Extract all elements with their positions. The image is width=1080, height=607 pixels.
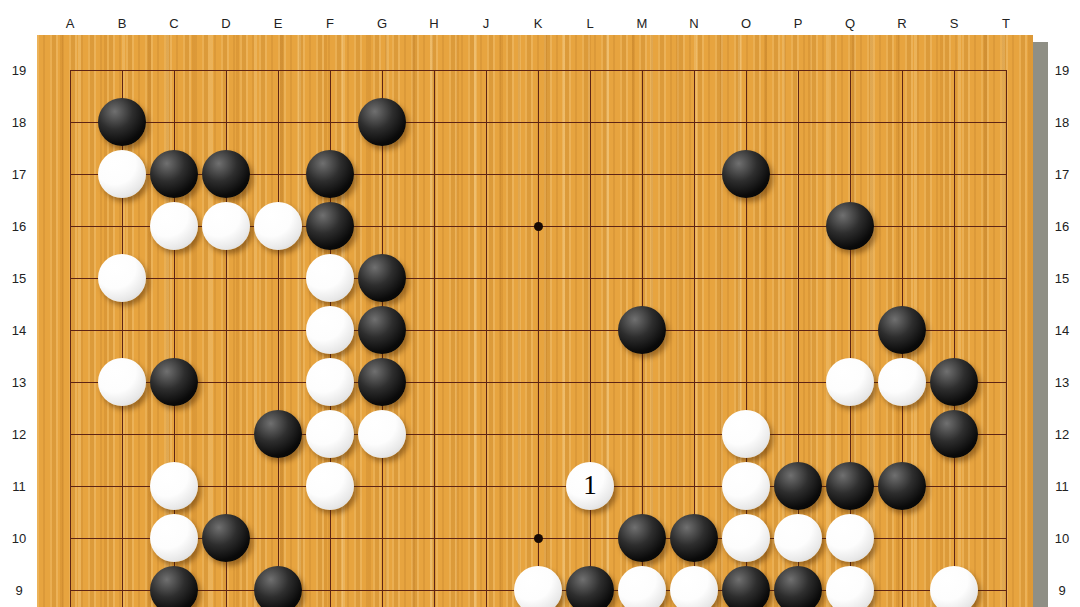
row-labels-left: 191817161514131211109: [0, 44, 38, 607]
black-stone-F17: [306, 150, 354, 198]
black-stone-D17: [202, 150, 250, 198]
column-label-R: R: [876, 0, 928, 35]
intersection-G19[interactable]: [356, 44, 408, 96]
row-labels-right-15: 15: [1048, 252, 1076, 304]
intersection-O11[interactable]: [720, 460, 772, 512]
intersection-Q16[interactable]: [824, 200, 876, 252]
intersection-R16[interactable]: [876, 200, 928, 252]
intersection-D19[interactable]: [200, 44, 252, 96]
white-stone-G12: [358, 410, 406, 458]
move-number-label: 1: [583, 472, 597, 499]
intersection-S15[interactable]: [928, 252, 980, 304]
black-stone-M10: [618, 514, 666, 562]
intersection-O18[interactable]: [720, 96, 772, 148]
intersection-T12[interactable]: [980, 408, 1032, 460]
row-labels-right-11: 11: [1048, 460, 1076, 512]
intersection-G17[interactable]: [356, 148, 408, 200]
intersection-G9[interactable]: [356, 564, 408, 607]
row-labels-right-17: 17: [1048, 148, 1076, 200]
intersection-D11[interactable]: [200, 460, 252, 512]
intersection-K11[interactable]: [512, 460, 564, 512]
row-labels-right-19: 19: [1048, 44, 1076, 96]
intersection-S16[interactable]: [928, 200, 980, 252]
row-labels-right: 191817161514131211109: [1048, 44, 1076, 607]
white-stone-C11: [150, 462, 198, 510]
intersection-E19[interactable]: [252, 44, 304, 96]
intersection-B15[interactable]: [96, 252, 148, 304]
go-board-screenshot: ABCDEFGHJKLMNOPQRST 19181716151413121110…: [0, 0, 1080, 607]
column-label-S: S: [928, 0, 980, 35]
intersection-T13[interactable]: [980, 356, 1032, 408]
white-stone-N9: [670, 566, 718, 607]
intersection-P9[interactable]: [772, 564, 824, 607]
white-stone-B13: [98, 358, 146, 406]
intersection-J19[interactable]: [460, 44, 512, 96]
star-point-K10: [534, 534, 543, 543]
intersection-H15[interactable]: [408, 252, 460, 304]
intersection-D14[interactable]: [200, 304, 252, 356]
white-stone-D16: [202, 202, 250, 250]
intersection-E14[interactable]: [252, 304, 304, 356]
intersection-Q10[interactable]: [824, 512, 876, 564]
black-stone-C9: [150, 566, 198, 607]
intersection-E9[interactable]: [252, 564, 304, 607]
intersection-K9[interactable]: [512, 564, 564, 607]
intersection-J18[interactable]: [460, 96, 512, 148]
intersection-H19[interactable]: [408, 44, 460, 96]
intersection-G10[interactable]: [356, 512, 408, 564]
intersection-J9[interactable]: [460, 564, 512, 607]
intersection-C13[interactable]: [148, 356, 200, 408]
intersection-Q19[interactable]: [824, 44, 876, 96]
white-stone-F11: [306, 462, 354, 510]
intersection-F17[interactable]: [304, 148, 356, 200]
white-stone-S9: [930, 566, 978, 607]
intersection-S11[interactable]: [928, 460, 980, 512]
intersection-T14[interactable]: [980, 304, 1032, 356]
black-stone-S12: [930, 410, 978, 458]
row-labels-right-14: 14: [1048, 304, 1076, 356]
intersection-Q11[interactable]: [824, 460, 876, 512]
intersection-B12[interactable]: [96, 408, 148, 460]
intersection-N16[interactable]: [668, 200, 720, 252]
intersection-F14[interactable]: [304, 304, 356, 356]
intersection-S12[interactable]: [928, 408, 980, 460]
black-stone-R11: [878, 462, 926, 510]
intersection-T15[interactable]: [980, 252, 1032, 304]
intersection-C16[interactable]: [148, 200, 200, 252]
intersection-R18[interactable]: [876, 96, 928, 148]
row-labels-left-19: 19: [0, 44, 38, 96]
intersection-L10[interactable]: [564, 512, 616, 564]
intersection-F11[interactable]: [304, 460, 356, 512]
column-label-K: K: [512, 0, 564, 35]
intersection-O16[interactable]: [720, 200, 772, 252]
intersection-H9[interactable]: [408, 564, 460, 607]
intersection-F16[interactable]: [304, 200, 356, 252]
white-stone-K9: [514, 566, 562, 607]
intersection-O17[interactable]: [720, 148, 772, 200]
black-stone-F16: [306, 202, 354, 250]
white-stone-B15: [98, 254, 146, 302]
intersection-N11[interactable]: [668, 460, 720, 512]
intersection-H12[interactable]: [408, 408, 460, 460]
intersection-J11[interactable]: [460, 460, 512, 512]
intersection-C11[interactable]: [148, 460, 200, 512]
intersection-F12[interactable]: [304, 408, 356, 460]
intersection-K16[interactable]: [512, 200, 564, 252]
intersection-N9[interactable]: [668, 564, 720, 607]
white-stone-F14: [306, 306, 354, 354]
intersection-E18[interactable]: [252, 96, 304, 148]
intersection-M14[interactable]: [616, 304, 668, 356]
intersection-A10[interactable]: [44, 512, 96, 564]
intersection-H10[interactable]: [408, 512, 460, 564]
intersection-H13[interactable]: [408, 356, 460, 408]
intersection-S13[interactable]: [928, 356, 980, 408]
intersection-H14[interactable]: [408, 304, 460, 356]
intersection-K12[interactable]: [512, 408, 564, 460]
column-label-E: E: [252, 0, 304, 35]
intersection-B9[interactable]: [96, 564, 148, 607]
white-stone-Q9: [826, 566, 874, 607]
row-labels-left-9: 9: [0, 564, 38, 607]
intersection-M19[interactable]: [616, 44, 668, 96]
row-labels-right-9: 9: [1048, 564, 1076, 607]
intersection-C14[interactable]: [148, 304, 200, 356]
intersection-A12[interactable]: [44, 408, 96, 460]
black-stone-O17: [722, 150, 770, 198]
intersection-P15[interactable]: [772, 252, 824, 304]
intersection-R17[interactable]: [876, 148, 928, 200]
intersection-B16[interactable]: [96, 200, 148, 252]
white-stone-C10: [150, 514, 198, 562]
intersection-R19[interactable]: [876, 44, 928, 96]
intersection-P16[interactable]: [772, 200, 824, 252]
intersection-B18[interactable]: [96, 96, 148, 148]
intersection-G16[interactable]: [356, 200, 408, 252]
white-stone-M9: [618, 566, 666, 607]
intersection-N10[interactable]: [668, 512, 720, 564]
black-stone-B18: [98, 98, 146, 146]
intersection-M9[interactable]: [616, 564, 668, 607]
intersection-G13[interactable]: [356, 356, 408, 408]
intersection-L16[interactable]: [564, 200, 616, 252]
intersection-K14[interactable]: [512, 304, 564, 356]
intersection-C9[interactable]: [148, 564, 200, 607]
intersection-F19[interactable]: [304, 44, 356, 96]
intersection-T19[interactable]: [980, 44, 1032, 96]
row-labels-left-17: 17: [0, 148, 38, 200]
white-stone-O12: [722, 410, 770, 458]
intersection-Q18[interactable]: [824, 96, 876, 148]
white-stone-E16: [254, 202, 302, 250]
row-labels-left-14: 14: [0, 304, 38, 356]
intersection-A14[interactable]: [44, 304, 96, 356]
intersection-G12[interactable]: [356, 408, 408, 460]
intersection-F9[interactable]: [304, 564, 356, 607]
intersection-A13[interactable]: [44, 356, 96, 408]
intersection-O14[interactable]: [720, 304, 772, 356]
go-board-grid: 1: [44, 44, 1032, 607]
row-labels-right-16: 16: [1048, 200, 1076, 252]
black-stone-G15: [358, 254, 406, 302]
intersection-D9[interactable]: [200, 564, 252, 607]
intersection-T16[interactable]: [980, 200, 1032, 252]
intersection-Q17[interactable]: [824, 148, 876, 200]
intersection-D15[interactable]: [200, 252, 252, 304]
row-labels-left-18: 18: [0, 96, 38, 148]
row-labels-left-11: 11: [0, 460, 38, 512]
intersection-H18[interactable]: [408, 96, 460, 148]
intersection-A18[interactable]: [44, 96, 96, 148]
black-stone-P11: [774, 462, 822, 510]
column-label-C: C: [148, 0, 200, 35]
intersection-A11[interactable]: [44, 460, 96, 512]
white-stone-P10: [774, 514, 822, 562]
intersection-L12[interactable]: [564, 408, 616, 460]
intersection-A15[interactable]: [44, 252, 96, 304]
intersection-Q13[interactable]: [824, 356, 876, 408]
intersection-J15[interactable]: [460, 252, 512, 304]
column-label-T: T: [980, 0, 1032, 35]
intersection-P10[interactable]: [772, 512, 824, 564]
intersection-E13[interactable]: [252, 356, 304, 408]
intersection-F15[interactable]: [304, 252, 356, 304]
intersection-S17[interactable]: [928, 148, 980, 200]
intersection-P13[interactable]: [772, 356, 824, 408]
intersection-N18[interactable]: [668, 96, 720, 148]
intersection-P17[interactable]: [772, 148, 824, 200]
intersection-J12[interactable]: [460, 408, 512, 460]
intersection-D18[interactable]: [200, 96, 252, 148]
intersection-J14[interactable]: [460, 304, 512, 356]
intersection-N12[interactable]: [668, 408, 720, 460]
intersection-Q9[interactable]: [824, 564, 876, 607]
column-label-L: L: [564, 0, 616, 35]
intersection-E12[interactable]: [252, 408, 304, 460]
intersection-O9[interactable]: [720, 564, 772, 607]
intersection-R12[interactable]: [876, 408, 928, 460]
black-stone-C13: [150, 358, 198, 406]
intersection-Q12[interactable]: [824, 408, 876, 460]
intersection-B19[interactable]: [96, 44, 148, 96]
black-stone-L9: [566, 566, 614, 607]
intersection-O10[interactable]: [720, 512, 772, 564]
black-stone-G18: [358, 98, 406, 146]
star-point-K16: [534, 222, 543, 231]
intersection-Q14[interactable]: [824, 304, 876, 356]
intersection-P18[interactable]: [772, 96, 824, 148]
black-stone-N10: [670, 514, 718, 562]
intersection-M15[interactable]: [616, 252, 668, 304]
intersection-T11[interactable]: [980, 460, 1032, 512]
intersection-M13[interactable]: [616, 356, 668, 408]
intersection-S19[interactable]: [928, 44, 980, 96]
intersection-T18[interactable]: [980, 96, 1032, 148]
intersection-R10[interactable]: [876, 512, 928, 564]
column-label-P: P: [772, 0, 824, 35]
intersection-A16[interactable]: [44, 200, 96, 252]
intersection-L18[interactable]: [564, 96, 616, 148]
column-label-D: D: [200, 0, 252, 35]
intersection-S10[interactable]: [928, 512, 980, 564]
intersection-L14[interactable]: [564, 304, 616, 356]
intersection-M11[interactable]: [616, 460, 668, 512]
intersection-E15[interactable]: [252, 252, 304, 304]
intersection-A9[interactable]: [44, 564, 96, 607]
intersection-T9[interactable]: [980, 564, 1032, 607]
intersection-O12[interactable]: [720, 408, 772, 460]
intersection-M16[interactable]: [616, 200, 668, 252]
intersection-J13[interactable]: [460, 356, 512, 408]
intersection-J17[interactable]: [460, 148, 512, 200]
black-stone-E9: [254, 566, 302, 607]
intersection-N15[interactable]: [668, 252, 720, 304]
intersection-L9[interactable]: [564, 564, 616, 607]
column-label-G: G: [356, 0, 408, 35]
intersection-K18[interactable]: [512, 96, 564, 148]
intersection-L19[interactable]: [564, 44, 616, 96]
white-stone-F12: [306, 410, 354, 458]
intersection-K19[interactable]: [512, 44, 564, 96]
intersection-C18[interactable]: [148, 96, 200, 148]
row-labels-left-12: 12: [0, 408, 38, 460]
intersection-L17[interactable]: [564, 148, 616, 200]
intersection-H16[interactable]: [408, 200, 460, 252]
intersection-O13[interactable]: [720, 356, 772, 408]
intersection-P14[interactable]: [772, 304, 824, 356]
black-stone-S13: [930, 358, 978, 406]
intersection-N19[interactable]: [668, 44, 720, 96]
black-stone-G13: [358, 358, 406, 406]
intersection-N17[interactable]: [668, 148, 720, 200]
intersection-L11[interactable]: 1: [564, 460, 616, 512]
intersection-S14[interactable]: [928, 304, 980, 356]
intersection-C19[interactable]: [148, 44, 200, 96]
intersection-M12[interactable]: [616, 408, 668, 460]
intersection-K10[interactable]: [512, 512, 564, 564]
intersection-D12[interactable]: [200, 408, 252, 460]
intersection-S18[interactable]: [928, 96, 980, 148]
column-label-Q: Q: [824, 0, 876, 35]
intersection-J16[interactable]: [460, 200, 512, 252]
row-labels-right-13: 13: [1048, 356, 1076, 408]
intersection-T17[interactable]: [980, 148, 1032, 200]
intersection-P19[interactable]: [772, 44, 824, 96]
intersection-R13[interactable]: [876, 356, 928, 408]
intersection-L13[interactable]: [564, 356, 616, 408]
intersection-C15[interactable]: [148, 252, 200, 304]
intersection-R11[interactable]: [876, 460, 928, 512]
intersection-F18[interactable]: [304, 96, 356, 148]
intersection-A19[interactable]: [44, 44, 96, 96]
intersection-B17[interactable]: [96, 148, 148, 200]
intersection-J10[interactable]: [460, 512, 512, 564]
intersection-F13[interactable]: [304, 356, 356, 408]
black-stone-Q11: [826, 462, 874, 510]
intersection-Q15[interactable]: [824, 252, 876, 304]
intersection-G15[interactable]: [356, 252, 408, 304]
intersection-B11[interactable]: [96, 460, 148, 512]
intersection-O15[interactable]: [720, 252, 772, 304]
intersection-B10[interactable]: [96, 512, 148, 564]
intersection-C10[interactable]: [148, 512, 200, 564]
white-stone-O10: [722, 514, 770, 562]
row-labels-left-13: 13: [0, 356, 38, 408]
board-drop-shadow: [1033, 42, 1048, 607]
intersection-K13[interactable]: [512, 356, 564, 408]
intersection-B14[interactable]: [96, 304, 148, 356]
intersection-R14[interactable]: [876, 304, 928, 356]
intersection-G14[interactable]: [356, 304, 408, 356]
black-stone-M14: [618, 306, 666, 354]
intersection-K15[interactable]: [512, 252, 564, 304]
intersection-H17[interactable]: [408, 148, 460, 200]
intersection-N14[interactable]: [668, 304, 720, 356]
intersection-R15[interactable]: [876, 252, 928, 304]
intersection-D10[interactable]: [200, 512, 252, 564]
intersection-M17[interactable]: [616, 148, 668, 200]
black-stone-D10: [202, 514, 250, 562]
intersection-A17[interactable]: [44, 148, 96, 200]
intersection-E16[interactable]: [252, 200, 304, 252]
intersection-D16[interactable]: [200, 200, 252, 252]
black-stone-G14: [358, 306, 406, 354]
intersection-E10[interactable]: [252, 512, 304, 564]
intersection-S9[interactable]: [928, 564, 980, 607]
black-stone-P9: [774, 566, 822, 607]
intersection-B13[interactable]: [96, 356, 148, 408]
intersection-O19[interactable]: [720, 44, 772, 96]
intersection-D17[interactable]: [200, 148, 252, 200]
intersection-D13[interactable]: [200, 356, 252, 408]
intersection-E11[interactable]: [252, 460, 304, 512]
row-labels-left-15: 15: [0, 252, 38, 304]
intersection-R9[interactable]: [876, 564, 928, 607]
intersection-E17[interactable]: [252, 148, 304, 200]
white-stone-F15: [306, 254, 354, 302]
white-stone-B17: [98, 150, 146, 198]
row-labels-right-12: 12: [1048, 408, 1076, 460]
intersection-P12[interactable]: [772, 408, 824, 460]
white-stone-F13: [306, 358, 354, 406]
intersection-G11[interactable]: [356, 460, 408, 512]
row-labels-left-10: 10: [0, 512, 38, 564]
white-stone-R13: [878, 358, 926, 406]
intersection-N13[interactable]: [668, 356, 720, 408]
column-label-B: B: [96, 0, 148, 35]
intersection-G18[interactable]: [356, 96, 408, 148]
black-stone-C17: [150, 150, 198, 198]
intersection-M18[interactable]: [616, 96, 668, 148]
intersection-T10[interactable]: [980, 512, 1032, 564]
intersection-C12[interactable]: [148, 408, 200, 460]
column-label-A: A: [44, 0, 96, 35]
black-stone-O9: [722, 566, 770, 607]
intersection-C17[interactable]: [148, 148, 200, 200]
intersection-F10[interactable]: [304, 512, 356, 564]
intersection-K17[interactable]: [512, 148, 564, 200]
intersection-M10[interactable]: [616, 512, 668, 564]
intersection-L15[interactable]: [564, 252, 616, 304]
white-stone-Q13: [826, 358, 874, 406]
column-label-O: O: [720, 0, 772, 35]
intersection-P11[interactable]: [772, 460, 824, 512]
intersection-H11[interactable]: [408, 460, 460, 512]
black-stone-R14: [878, 306, 926, 354]
row-labels-right-18: 18: [1048, 96, 1076, 148]
